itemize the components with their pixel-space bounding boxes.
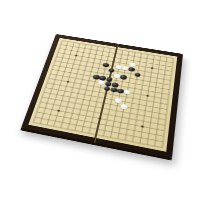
hoshi-point xyxy=(75,55,78,57)
hoshi-point xyxy=(57,110,60,112)
product-photo xyxy=(0,0,200,200)
hoshi-point xyxy=(151,67,154,69)
black-stone xyxy=(120,75,127,80)
grid-line xyxy=(147,56,160,144)
hoshi-point xyxy=(67,81,70,83)
hoshi-point xyxy=(146,95,149,97)
grid-line xyxy=(155,57,167,146)
go-board xyxy=(21,34,183,158)
hinge-notch-bottom xyxy=(94,138,96,143)
white-stone xyxy=(113,73,120,78)
grid-line xyxy=(132,54,147,142)
white-stone xyxy=(115,98,122,104)
hoshi-point xyxy=(141,125,144,127)
